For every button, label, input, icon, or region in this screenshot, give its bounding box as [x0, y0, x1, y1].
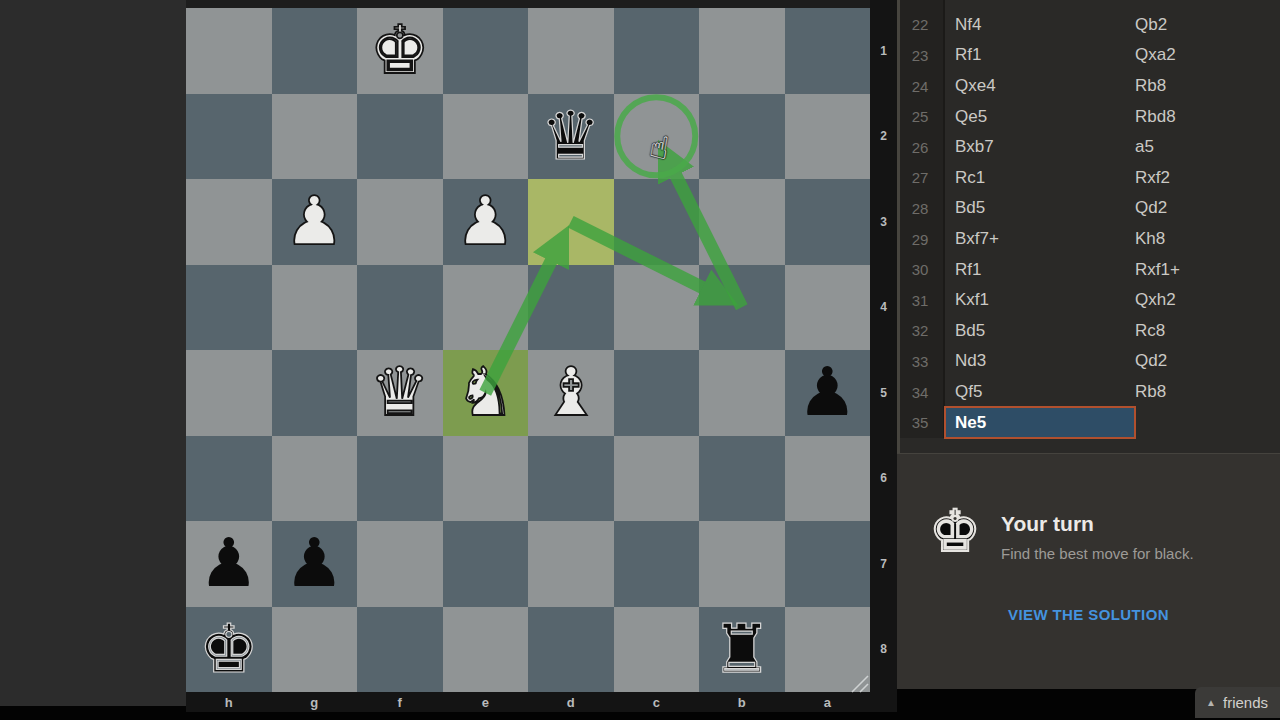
- square-e5[interactable]: ♞: [443, 350, 529, 436]
- square-h4[interactable]: [186, 265, 272, 351]
- move-number: 30: [897, 254, 945, 285]
- move-black-22[interactable]: Qb2: [1135, 10, 1280, 41]
- move-row-24: 24Qxe4Rb8: [897, 71, 1280, 102]
- square-c3[interactable]: [614, 179, 700, 265]
- square-e3[interactable]: ♟: [443, 179, 529, 265]
- file-coordinates-strip: hgfedcba: [186, 692, 897, 712]
- white-queen[interactable]: ♛: [357, 350, 443, 436]
- move-number: 24: [897, 71, 945, 102]
- move-row-32: 32Bd5Rc8: [897, 316, 1280, 347]
- move-list-scrollbar[interactable]: [897, 0, 900, 453]
- square-a5[interactable]: ♟: [785, 350, 871, 436]
- file-label-a: a: [824, 695, 831, 710]
- black-queen[interactable]: ♛: [528, 94, 614, 180]
- file-label-d: d: [567, 695, 575, 710]
- square-d1[interactable]: [528, 8, 614, 94]
- square-b3[interactable]: [699, 179, 785, 265]
- square-a4[interactable]: [785, 265, 871, 351]
- square-f3[interactable]: [357, 179, 443, 265]
- file-label-c: c: [653, 695, 660, 710]
- square-c8[interactable]: [614, 607, 700, 693]
- rank-label-7: 7: [870, 557, 897, 571]
- square-e1[interactable]: [443, 8, 529, 94]
- move-number: 25: [897, 101, 945, 132]
- move-row-23: 23Rf1Qxa2: [897, 40, 1280, 71]
- square-e2[interactable]: [443, 94, 529, 180]
- turn-subtitle: Find the best move for black.: [1001, 545, 1194, 562]
- square-b2[interactable]: [699, 94, 785, 180]
- square-h2[interactable]: [186, 94, 272, 180]
- square-c4[interactable]: [614, 265, 700, 351]
- move-row-35: 35Ne5: [897, 407, 1280, 438]
- rank-label-3: 3: [870, 215, 897, 229]
- friends-button[interactable]: ▲ friends: [1195, 687, 1280, 718]
- square-d4[interactable]: [528, 265, 614, 351]
- file-label-h: h: [225, 695, 233, 710]
- move-number: 23: [897, 40, 945, 71]
- black-rook[interactable]: ♜: [699, 607, 785, 693]
- turn-prompt-panel: ♚ Your turn Find the best move for black…: [897, 453, 1280, 689]
- square-a7[interactable]: [785, 521, 871, 607]
- move-number: 32: [897, 316, 945, 347]
- file-label-b: b: [738, 695, 746, 710]
- white-pawn[interactable]: ♟: [272, 179, 358, 265]
- square-d7[interactable]: [528, 521, 614, 607]
- move-list[interactable]: 21Rxe1Rd222Nf4Qb223Rf1Qxa224Qxe4Rb825Qe5…: [897, 0, 1280, 453]
- chess-board[interactable]: ♚♛♟♟♛♞♝♟♟♟♚♜: [186, 8, 870, 692]
- square-c1[interactable]: [614, 8, 700, 94]
- view-solution-link[interactable]: VIEW THE SOLUTION: [897, 606, 1280, 623]
- move-black-23[interactable]: Qxa2: [1135, 40, 1280, 71]
- square-f2[interactable]: [357, 94, 443, 180]
- move-white-33[interactable]: Nd3: [945, 346, 1135, 377]
- white-pawn[interactable]: ♟: [443, 179, 529, 265]
- square-e6[interactable]: [443, 436, 529, 522]
- black-pawn[interactable]: ♟: [272, 521, 358, 607]
- puzzle-app: 12345678 hgfedcba ♚♛♟♟♛♞♝♟♟♟♚♜ ☝ 21Rxe1R…: [0, 0, 1280, 720]
- rank-label-6: 6: [870, 471, 897, 485]
- move-row-28: 28Bd5Qd2: [897, 193, 1280, 224]
- side-panel: 21Rxe1Rd222Nf4Qb223Rf1Qxa224Qxe4Rb825Qe5…: [897, 0, 1280, 689]
- move-white-29[interactable]: Bxf7+: [945, 224, 1135, 255]
- square-f7[interactable]: [357, 521, 443, 607]
- square-e4[interactable]: [443, 265, 529, 351]
- move-black-28[interactable]: Qd2: [1135, 193, 1280, 224]
- square-h5[interactable]: [186, 350, 272, 436]
- rank-label-5: 5: [870, 386, 897, 400]
- white-knight[interactable]: ♞: [443, 350, 529, 436]
- friends-button-label: friends: [1223, 694, 1268, 711]
- board-top-edge: [186, 0, 897, 8]
- move-white-21[interactable]: Rxe1: [945, 0, 1135, 10]
- square-f5[interactable]: ♛: [357, 350, 443, 436]
- board-resize-handle[interactable]: [844, 668, 870, 694]
- square-c5[interactable]: [614, 350, 700, 436]
- square-g3[interactable]: ♟: [272, 179, 358, 265]
- move-white-28[interactable]: Bd5: [945, 193, 1135, 224]
- move-white-24[interactable]: Qxe4: [945, 71, 1135, 102]
- move-number: 29: [897, 224, 945, 255]
- move-number: 28: [897, 193, 945, 224]
- rank-label-4: 4: [870, 300, 897, 314]
- square-f8[interactable]: [357, 607, 443, 693]
- square-b4[interactable]: [699, 265, 785, 351]
- move-white-35[interactable]: Ne5: [945, 407, 1135, 438]
- move-row-26: 26Bxb7a5: [897, 132, 1280, 163]
- square-h3[interactable]: [186, 179, 272, 265]
- square-h7[interactable]: ♟: [186, 521, 272, 607]
- black-pawn[interactable]: ♟: [785, 350, 871, 436]
- move-black-33[interactable]: Qd2: [1135, 346, 1280, 377]
- square-h1[interactable]: [186, 8, 272, 94]
- square-b6[interactable]: [699, 436, 785, 522]
- move-row-30: 30Rf1Rxf1+: [897, 254, 1280, 285]
- square-d6[interactable]: [528, 436, 614, 522]
- move-number: 27: [897, 163, 945, 194]
- move-black-34[interactable]: Rb8: [1135, 377, 1280, 408]
- square-g2[interactable]: [272, 94, 358, 180]
- black-pawn[interactable]: ♟: [186, 521, 272, 607]
- square-f1[interactable]: ♚: [357, 8, 443, 94]
- move-row-29: 29Bxf7+Kh8: [897, 224, 1280, 255]
- square-a3[interactable]: [785, 179, 871, 265]
- move-white-31[interactable]: Kxf1: [945, 285, 1135, 316]
- move-white-22[interactable]: Nf4: [945, 10, 1135, 41]
- move-black-25[interactable]: Rbd8: [1135, 101, 1280, 132]
- rank-label-8: 8: [870, 642, 897, 656]
- move-number: 35: [897, 407, 945, 438]
- move-number: 26: [897, 132, 945, 163]
- file-label-e: e: [482, 695, 489, 710]
- square-b5[interactable]: [699, 350, 785, 436]
- square-g7[interactable]: ♟: [272, 521, 358, 607]
- move-white-26[interactable]: Bxb7: [945, 132, 1135, 163]
- square-d8[interactable]: [528, 607, 614, 693]
- move-row-31: 31Kxf1Qxh2: [897, 285, 1280, 316]
- square-f4[interactable]: [357, 265, 443, 351]
- square-d3[interactable]: [528, 179, 614, 265]
- move-number: 31: [897, 285, 945, 316]
- square-e7[interactable]: [443, 521, 529, 607]
- move-black-35[interactable]: [1135, 407, 1280, 438]
- square-g1[interactable]: [272, 8, 358, 94]
- move-black-27[interactable]: Rxf2: [1135, 163, 1280, 194]
- move-white-25[interactable]: Qe5: [945, 101, 1135, 132]
- black-king[interactable]: ♚: [186, 607, 272, 693]
- white-bishop[interactable]: ♝: [528, 350, 614, 436]
- move-row-34: 34Qf5Rb8: [897, 377, 1280, 408]
- square-a6[interactable]: [785, 436, 871, 522]
- rank-label-1: 1: [870, 44, 897, 58]
- square-d5[interactable]: ♝: [528, 350, 614, 436]
- move-row-25: 25Qe5Rbd8: [897, 101, 1280, 132]
- square-d2[interactable]: ♛: [528, 94, 614, 180]
- move-black-32[interactable]: Rc8: [1135, 316, 1280, 347]
- square-g8[interactable]: [272, 607, 358, 693]
- file-label-f: f: [398, 695, 402, 710]
- square-a2[interactable]: [785, 94, 871, 180]
- square-c7[interactable]: [614, 521, 700, 607]
- move-row-22: 22Nf4Qb2: [897, 10, 1280, 41]
- move-black-30[interactable]: Rxf1+: [1135, 254, 1280, 285]
- square-g5[interactable]: [272, 350, 358, 436]
- square-b1[interactable]: [699, 8, 785, 94]
- move-black-26[interactable]: a5: [1135, 132, 1280, 163]
- move-number: 22: [897, 10, 945, 41]
- move-row-21: 21Rxe1Rd2: [897, 0, 1280, 10]
- move-white-23[interactable]: Rf1: [945, 40, 1135, 71]
- turn-title: Your turn: [1001, 512, 1094, 536]
- square-g4[interactable]: [272, 265, 358, 351]
- white-king[interactable]: ♚: [357, 8, 443, 94]
- move-row-27: 27Rc1Rxf2: [897, 163, 1280, 194]
- move-white-34[interactable]: Qf5: [945, 377, 1135, 408]
- up-triangle-icon: ▲: [1206, 697, 1216, 708]
- move-black-24[interactable]: Rb8: [1135, 71, 1280, 102]
- square-h6[interactable]: [186, 436, 272, 522]
- rank-label-2: 2: [870, 129, 897, 143]
- move-white-32[interactable]: Bd5: [945, 316, 1135, 347]
- file-label-g: g: [310, 695, 318, 710]
- square-c6[interactable]: [614, 436, 700, 522]
- square-e8[interactable]: [443, 607, 529, 693]
- move-white-30[interactable]: Rf1: [945, 254, 1135, 285]
- move-number: 33: [897, 346, 945, 377]
- rank-coordinates-strip: 12345678: [870, 0, 897, 712]
- move-number: 34: [897, 377, 945, 408]
- square-g6[interactable]: [272, 436, 358, 522]
- square-b7[interactable]: [699, 521, 785, 607]
- move-white-27[interactable]: Rc1: [945, 163, 1135, 194]
- square-a1[interactable]: [785, 8, 871, 94]
- move-number: 21: [897, 0, 945, 10]
- black-king-icon: ♚: [929, 502, 981, 560]
- square-h8[interactable]: ♚: [186, 607, 272, 693]
- move-row-33: 33Nd3Qd2: [897, 346, 1280, 377]
- move-black-29[interactable]: Kh8: [1135, 224, 1280, 255]
- square-f6[interactable]: [357, 436, 443, 522]
- move-black-31[interactable]: Qxh2: [1135, 285, 1280, 316]
- move-black-21[interactable]: Rd2: [1135, 0, 1280, 10]
- left-margin: [0, 0, 186, 706]
- square-b8[interactable]: ♜: [699, 607, 785, 693]
